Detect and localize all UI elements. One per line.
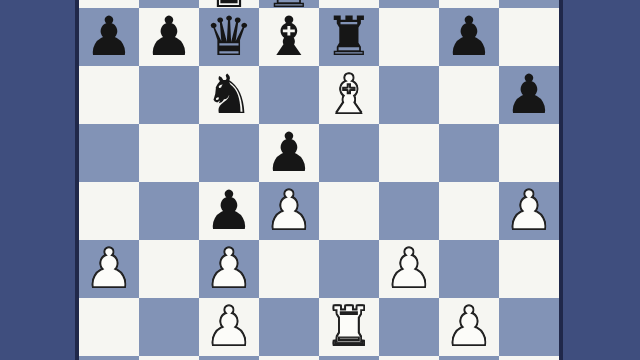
square-f4[interactable]: [379, 182, 439, 240]
square-c2[interactable]: ♟: [199, 298, 259, 356]
square-h3[interactable]: [499, 240, 559, 298]
square-b2[interactable]: [139, 298, 199, 356]
piece-white-pawn[interactable]: ♟: [439, 298, 499, 356]
square-f2[interactable]: [379, 298, 439, 356]
piece-black-pawn[interactable]: ♟: [499, 66, 559, 124]
piece-white-rook[interactable]: ♜: [319, 298, 379, 356]
square-g6[interactable]: [439, 66, 499, 124]
square-e3[interactable]: [319, 240, 379, 298]
square-a6[interactable]: [79, 66, 139, 124]
square-b4[interactable]: [139, 182, 199, 240]
square-c1[interactable]: [199, 356, 259, 360]
square-b6[interactable]: [139, 66, 199, 124]
square-a7[interactable]: ♟: [79, 8, 139, 66]
piece-black-pawn[interactable]: ♟: [439, 8, 499, 66]
square-f3[interactable]: ♟: [379, 240, 439, 298]
piece-black-pawn[interactable]: ♟: [259, 124, 319, 182]
square-f6[interactable]: [379, 66, 439, 124]
square-c6[interactable]: ♞: [199, 66, 259, 124]
piece-white-pawn[interactable]: ♟: [199, 298, 259, 356]
square-h5[interactable]: [499, 124, 559, 182]
piece-black-queen[interactable]: ♛: [199, 8, 259, 66]
piece-white-pawn[interactable]: ♟: [379, 240, 439, 298]
square-e6[interactable]: ♝: [319, 66, 379, 124]
piece-white-pawn[interactable]: ♟: [199, 240, 259, 298]
piece-black-pawn[interactable]: ♟: [79, 8, 139, 66]
square-c4[interactable]: ♟: [199, 182, 259, 240]
square-d3[interactable]: [259, 240, 319, 298]
square-h7[interactable]: [499, 8, 559, 66]
piece-black-rook[interactable]: ♜: [319, 8, 379, 66]
square-h4[interactable]: ♟: [499, 182, 559, 240]
square-h6[interactable]: ♟: [499, 66, 559, 124]
piece-white-bishop[interactable]: ♝: [319, 66, 379, 124]
square-g4[interactable]: [439, 182, 499, 240]
square-f5[interactable]: [379, 124, 439, 182]
square-e5[interactable]: [319, 124, 379, 182]
piece-black-knight[interactable]: ♞: [199, 66, 259, 124]
piece-white-pawn[interactable]: ♟: [79, 240, 139, 298]
piece-white-pawn[interactable]: ♟: [259, 182, 319, 240]
square-g2[interactable]: ♟: [439, 298, 499, 356]
square-g5[interactable]: [439, 124, 499, 182]
piece-white-pawn[interactable]: ♟: [499, 182, 559, 240]
square-e1[interactable]: [319, 356, 379, 360]
square-d1[interactable]: [259, 356, 319, 360]
square-a3[interactable]: ♟: [79, 240, 139, 298]
square-c5[interactable]: [199, 124, 259, 182]
piece-black-pawn[interactable]: ♟: [139, 8, 199, 66]
piece-black-bishop[interactable]: ♝: [259, 8, 319, 66]
square-d6[interactable]: [259, 66, 319, 124]
square-c7[interactable]: ♛: [199, 8, 259, 66]
square-b1[interactable]: [139, 356, 199, 360]
square-b5[interactable]: [139, 124, 199, 182]
square-g1[interactable]: [439, 356, 499, 360]
square-d4[interactable]: ♟: [259, 182, 319, 240]
square-e4[interactable]: [319, 182, 379, 240]
square-f7[interactable]: [379, 8, 439, 66]
page-background: ♚♜♟♟♛♝♜♟♞♝♟♟♟♟♟♟♟♟♟♜♟: [0, 0, 640, 360]
square-f1[interactable]: [379, 356, 439, 360]
square-h1[interactable]: [499, 356, 559, 360]
square-b7[interactable]: ♟: [139, 8, 199, 66]
square-d2[interactable]: [259, 298, 319, 356]
square-f8[interactable]: [379, 0, 439, 8]
square-a4[interactable]: [79, 182, 139, 240]
square-c3[interactable]: ♟: [199, 240, 259, 298]
chess-board: ♚♜♟♟♛♝♜♟♞♝♟♟♟♟♟♟♟♟♟♜♟: [75, 0, 563, 360]
square-h8[interactable]: [499, 0, 559, 8]
square-g7[interactable]: ♟: [439, 8, 499, 66]
square-d5[interactable]: ♟: [259, 124, 319, 182]
square-a1[interactable]: [79, 356, 139, 360]
square-a5[interactable]: [79, 124, 139, 182]
square-e2[interactable]: ♜: [319, 298, 379, 356]
square-e7[interactable]: ♜: [319, 8, 379, 66]
square-b3[interactable]: [139, 240, 199, 298]
square-d7[interactable]: ♝: [259, 8, 319, 66]
square-h2[interactable]: [499, 298, 559, 356]
square-a2[interactable]: [79, 298, 139, 356]
square-g3[interactable]: [439, 240, 499, 298]
piece-black-pawn[interactable]: ♟: [199, 182, 259, 240]
